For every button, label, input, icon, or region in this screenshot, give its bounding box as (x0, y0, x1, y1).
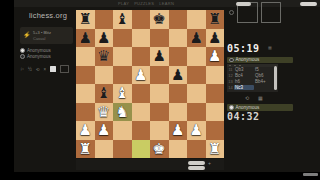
square-b3[interactable]: ♛ (95, 103, 114, 122)
square-h1[interactable]: ♜ (206, 140, 225, 159)
square-c2[interactable] (113, 121, 132, 140)
square-g3[interactable] (187, 103, 206, 122)
nav-item-puzzles[interactable]: PUZZLES (134, 1, 154, 6)
square-f3[interactable] (169, 103, 188, 122)
black-clock: 05:19 (227, 43, 260, 54)
white-color-icon (20, 48, 25, 53)
square-a5[interactable] (76, 66, 95, 85)
square-h5[interactable] (206, 66, 225, 85)
blitz-icon: ⚡ (23, 31, 31, 38)
black-pawn[interactable]: ♟ (150, 47, 169, 66)
lichess-logo[interactable]: lichess.org (29, 11, 67, 20)
square-b8[interactable] (95, 10, 114, 29)
square-h2[interactable] (206, 121, 225, 140)
square-e6[interactable]: ♟ (150, 47, 169, 66)
square-b1[interactable] (95, 140, 114, 159)
black-rook[interactable]: ♜ (76, 10, 95, 29)
top-player-bar[interactable]: Anonymous (227, 57, 293, 64)
bottom-player-bar[interactable]: Anonymous (227, 104, 293, 111)
black-pawn[interactable]: ♟ (187, 29, 206, 48)
black-player-name: Anonymous (27, 54, 51, 59)
square-a3[interactable] (76, 103, 95, 122)
square-b2[interactable]: ♟ (95, 121, 114, 140)
move-list[interactable]: 11Qb3f512Bc4Qb613h6Bb4+14Nc3 (227, 64, 278, 92)
square-d2[interactable] (132, 121, 151, 140)
square-e8[interactable]: ♚ (150, 10, 169, 29)
move-number: 14 (227, 85, 234, 90)
analysis-icon[interactable]: ⟲ (245, 95, 249, 101)
square-h7[interactable]: ♟ (206, 29, 225, 48)
white-knight[interactable]: ♞ (113, 103, 132, 122)
move-number: 12 (227, 73, 234, 78)
square-g4[interactable] (187, 84, 206, 103)
game-info-line2: Casual (33, 36, 45, 41)
move-number: 11 (227, 67, 234, 72)
square-e7[interactable] (150, 29, 169, 48)
move-cell[interactable]: h6 (234, 79, 254, 84)
square-c3[interactable]: ♞ (113, 103, 132, 122)
black-bishop[interactable]: ♝ (95, 84, 114, 103)
white-pawn[interactable]: ♟ (76, 121, 95, 140)
square-c7[interactable] (113, 29, 132, 48)
square-b6[interactable]: ♛ (95, 47, 114, 66)
square-g1[interactable] (187, 140, 206, 159)
square-b4[interactable]: ♝ (95, 84, 114, 103)
draw-offer-icon[interactable]: ½ (28, 66, 32, 73)
move-cell[interactable]: Qb3 (234, 67, 254, 72)
square-d1[interactable] (132, 140, 151, 159)
square-h6[interactable]: ♟ (206, 47, 225, 66)
outlined-button[interactable] (60, 65, 69, 73)
square-c6[interactable] (113, 47, 132, 66)
white-rook[interactable]: ♜ (76, 140, 95, 159)
chess-board[interactable]: ♜♝♚♜♟♟♟♟♛♟♟♟♟♝♝♛♞♟♟♟♟♜♚♜ (76, 10, 224, 158)
black-pawn[interactable]: ♟ (206, 29, 225, 48)
black-rook[interactable]: ♜ (206, 10, 225, 29)
bottom-player-name: Anonymous (236, 105, 260, 110)
square-e3[interactable] (150, 103, 169, 122)
black-color-icon (20, 54, 25, 59)
black-pawn[interactable]: ♟ (95, 29, 114, 48)
white-queen[interactable]: ♛ (95, 103, 114, 122)
move-list-scrollbar[interactable] (274, 66, 277, 90)
square-g6[interactable] (187, 47, 206, 66)
abort-icon[interactable]: × (44, 66, 47, 73)
square-h8[interactable]: ♜ (206, 10, 225, 29)
square-f2[interactable]: ♟ (169, 121, 188, 140)
square-d5[interactable]: ♟ (132, 66, 151, 85)
black-pawn[interactable]: ♟ (76, 29, 95, 48)
close-icon[interactable] (261, 2, 282, 23)
square-d6[interactable] (132, 47, 151, 66)
search-icon[interactable] (229, 10, 234, 15)
move-cell[interactable]: Nc3 (234, 85, 254, 90)
white-clock: 04:32 (227, 111, 260, 122)
white-disc-icon (229, 105, 234, 110)
top-player-name: Anonymous (236, 57, 260, 62)
square-c8[interactable]: ♝ (113, 10, 132, 29)
move-number: 13 (227, 79, 234, 84)
square-c1[interactable] (113, 140, 132, 159)
square-b5[interactable] (95, 66, 114, 85)
nav-item-learn[interactable]: LEARN (159, 1, 174, 6)
move-row: 13h6Bb4+ (227, 79, 278, 85)
square-b7[interactable]: ♟ (95, 29, 114, 48)
white-king[interactable]: ♚ (150, 140, 169, 159)
white-pawn[interactable]: ♟ (206, 47, 225, 66)
square-g5[interactable] (187, 66, 206, 85)
black-king[interactable]: ♚ (150, 10, 169, 29)
black-queen[interactable]: ♛ (95, 47, 114, 66)
move-cell[interactable]: Bc4 (234, 73, 254, 78)
square-a7[interactable]: ♟ (76, 29, 95, 48)
nav-menu: PLAYPUZZLESLEARN (118, 1, 174, 6)
square-d3[interactable] (132, 103, 151, 122)
game-controls-row: ⚐ ½ ⟲ × (20, 65, 69, 73)
square-a4[interactable] (76, 84, 95, 103)
square-f5[interactable]: ♟ (169, 66, 188, 85)
square-a1[interactable]: ♜ (76, 140, 95, 159)
plus-icon[interactable]: + (208, 160, 211, 166)
white-pawn[interactable]: ♟ (95, 121, 114, 140)
top-nav: PLAYPUZZLESLEARN (14, 0, 320, 7)
square-d4[interactable] (132, 84, 151, 103)
clock-settings-icon[interactable]: ▦ (268, 45, 272, 50)
black-disc-icon (229, 58, 234, 63)
game-info-box: ⚡ 5+3 • Blitz Casual (20, 27, 73, 44)
square-g7[interactable]: ♟ (187, 29, 206, 48)
signin-pill[interactable] (236, 2, 251, 6)
square-d7[interactable] (132, 29, 151, 48)
white-pawn[interactable]: ♟ (132, 66, 151, 85)
square-g8[interactable] (187, 10, 206, 29)
board-action-pill-1[interactable] (188, 161, 205, 165)
watermark-bar (303, 173, 318, 176)
square-f1[interactable] (169, 140, 188, 159)
square-d8[interactable] (132, 10, 151, 29)
square-a8[interactable]: ♜ (76, 10, 95, 29)
square-h3[interactable] (206, 103, 225, 122)
square-a2[interactable]: ♟ (76, 121, 95, 140)
move-cell[interactable]: Qb6 (254, 73, 274, 78)
white-square-button[interactable] (50, 66, 56, 72)
white-pawn[interactable]: ♟ (187, 121, 206, 140)
square-c5[interactable] (113, 66, 132, 85)
white-player-name: Anonymous (27, 48, 51, 53)
white-player-row[interactable]: Anonymous (20, 48, 74, 53)
rematch-icon[interactable]: ⟲ (36, 66, 40, 73)
overlay-badge (300, 2, 317, 6)
white-bishop[interactable]: ♝ (113, 84, 132, 103)
square-g2[interactable]: ♟ (187, 121, 206, 140)
black-player-row[interactable]: Anonymous (20, 54, 74, 59)
black-pawn[interactable]: ♟ (169, 66, 188, 85)
move-cell[interactable]: Bb4+ (254, 79, 274, 84)
square-f4[interactable] (169, 84, 188, 103)
square-h4[interactable] (206, 84, 225, 103)
square-a6[interactable] (76, 47, 95, 66)
square-c4[interactable]: ♝ (113, 84, 132, 103)
square-f6[interactable] (169, 47, 188, 66)
game-info-line1: 5+3 • Blitz (33, 30, 51, 35)
square-e4[interactable] (150, 84, 169, 103)
white-rook[interactable]: ♜ (206, 140, 225, 159)
board-menu-icon[interactable]: ▦ (258, 95, 263, 101)
move-row: 12Bc4Qb6 (227, 73, 278, 79)
black-bishop[interactable]: ♝ (113, 10, 132, 29)
white-pawn[interactable]: ♟ (169, 121, 188, 140)
square-e1[interactable]: ♚ (150, 140, 169, 159)
flag-icon[interactable]: ⚐ (20, 66, 24, 73)
move-row: 14Nc3 (227, 84, 278, 90)
board-action-pill-2[interactable] (188, 166, 205, 170)
square-e2[interactable] (150, 121, 169, 140)
square-e5[interactable] (150, 66, 169, 85)
move-row: 11Qb3f5 (227, 67, 278, 73)
square-f8[interactable] (169, 10, 188, 29)
video-frame: PLAYPUZZLESLEARN lichess.org ⚡ 5+3 • Bli… (0, 0, 320, 180)
move-cell[interactable]: f5 (254, 67, 274, 72)
nav-item-play[interactable]: PLAY (118, 1, 129, 6)
square-f7[interactable] (169, 29, 188, 48)
